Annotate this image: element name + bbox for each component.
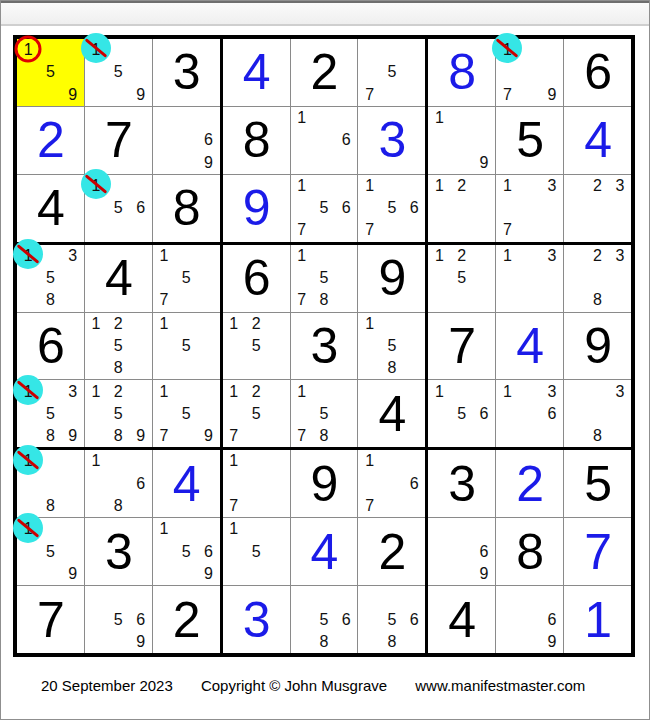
cell-r6c6[interactable]: 4 xyxy=(358,380,425,447)
pencil-slot-8 xyxy=(107,631,129,653)
pencil-slot-4 xyxy=(17,541,39,563)
cell-r2c7[interactable]: 19 xyxy=(428,107,495,174)
solved-digit: 4 xyxy=(173,459,200,509)
pencil-slot-5: 5 xyxy=(313,197,335,219)
pencil-slot-7 xyxy=(85,631,107,653)
pencil-slot-4 xyxy=(153,403,175,425)
pencil-slot-4 xyxy=(291,267,313,289)
pencil-digit: 2 xyxy=(593,247,602,265)
pencil-slot-4 xyxy=(428,129,450,151)
cell-r6c1[interactable]: 13589 xyxy=(17,380,84,447)
pencil-digit: 1 xyxy=(92,315,101,333)
solved-digit: 3 xyxy=(243,595,270,645)
pencil-digit: 3 xyxy=(548,177,557,195)
pencil-digit: 5 xyxy=(252,405,261,423)
pencil-digit: 7 xyxy=(365,86,374,104)
box-r1c3: 8179619541213723 xyxy=(428,39,631,242)
pencil-slot-8 xyxy=(245,495,267,517)
pencil-slot-8: 8 xyxy=(107,357,129,379)
pencil-slot-6 xyxy=(335,267,357,289)
pencil-marks: 238 xyxy=(564,245,631,312)
pencil-slot-4 xyxy=(153,541,175,563)
cell-r3c8[interactable]: 137 xyxy=(496,175,563,242)
pencil-digit: 8 xyxy=(320,427,329,445)
pencil-slot-2 xyxy=(245,450,267,472)
pencil-digit: 2 xyxy=(593,177,602,195)
pencil-slot-4 xyxy=(291,403,313,425)
pencil-slot-5 xyxy=(519,608,541,630)
pencil-slot-1: 1 xyxy=(153,380,175,402)
pencil-digit: 1 xyxy=(365,177,374,195)
pencil-slot-7 xyxy=(223,357,245,379)
pencil-slot-4 xyxy=(17,473,39,495)
cell-r6c2[interactable]: 12589 xyxy=(85,380,152,447)
pencil-slot-9 xyxy=(267,425,289,447)
cell-r2c9[interactable]: 4 xyxy=(564,107,631,174)
pencil-slot-4 xyxy=(358,335,380,357)
cell-r9c5[interactable]: 568 xyxy=(291,586,358,653)
given-digit: 3 xyxy=(105,527,132,577)
pencil-digit: 1 xyxy=(503,383,512,401)
cell-r4c6[interactable]: 9 xyxy=(358,245,425,312)
pencil-marks: 125 xyxy=(428,245,495,312)
pencil-slot-1: 1 xyxy=(358,450,380,472)
cell-r5c5[interactable]: 3 xyxy=(291,313,358,380)
pencil-slot-8: 8 xyxy=(39,289,61,311)
pencil-digit: 7 xyxy=(365,221,374,239)
cell-r5c4[interactable]: 125 xyxy=(223,313,290,380)
pencil-digit: 3 xyxy=(548,247,557,265)
cell-r6c9[interactable]: 38 xyxy=(564,380,631,447)
given-digit: 8 xyxy=(516,527,543,577)
pencil-slot-9 xyxy=(335,219,357,241)
cell-r9c4[interactable]: 3 xyxy=(223,586,290,653)
pencil-slot-8 xyxy=(519,84,541,106)
pencil-digit: 8 xyxy=(387,359,396,377)
pencil-digit: 5 xyxy=(252,543,261,561)
pencil-slot-4 xyxy=(85,61,107,83)
pencil-slot-7: 7 xyxy=(223,495,245,517)
pencil-digit: 5 xyxy=(114,337,123,355)
pencil-digit: 9 xyxy=(480,154,489,172)
pencil-slot-7 xyxy=(85,84,107,106)
pencil-slot-7 xyxy=(223,563,245,585)
pencil-digit: 5 xyxy=(46,405,55,423)
pencil-slot-9: 9 xyxy=(129,631,151,653)
pencil-slot-5: 5 xyxy=(381,335,403,357)
pencil-slot-9 xyxy=(541,289,563,311)
given-digit: 2 xyxy=(378,527,405,577)
cell-r1c3[interactable]: 3 xyxy=(153,39,220,106)
pencil-slot-5: 5 xyxy=(245,541,267,563)
cell-r9c8[interactable]: 69 xyxy=(496,586,563,653)
pencil-slot-8 xyxy=(451,151,473,173)
pencil-marks: 12589 xyxy=(85,380,152,447)
pencil-digit: 6 xyxy=(548,611,557,629)
pencil-digit: 1 xyxy=(435,177,444,195)
pencil-slot-2: 2 xyxy=(245,313,267,335)
pencil-slot-2 xyxy=(39,245,61,267)
cell-r3c9[interactable]: 23 xyxy=(564,175,631,242)
cell-r7c1[interactable]: 18 xyxy=(17,450,84,517)
pencil-slot-9 xyxy=(473,289,495,311)
cell-r3c3[interactable]: 8 xyxy=(153,175,220,242)
pencil-slot-2 xyxy=(175,245,197,267)
pencil-slot-1: 1 xyxy=(153,518,175,540)
box-r1c2: 42578163915671567 xyxy=(223,39,426,242)
pencil-slot-6 xyxy=(335,403,357,425)
cell-r6c7[interactable]: 156 xyxy=(428,380,495,447)
pencil-slot-3 xyxy=(335,175,357,197)
cell-r2c8[interactable]: 5 xyxy=(496,107,563,174)
pencil-marks: 38 xyxy=(564,380,631,447)
cell-r1c4[interactable]: 4 xyxy=(223,39,290,106)
pencil-slot-6 xyxy=(473,197,495,219)
pencil-slot-1: 1 xyxy=(496,175,518,197)
pencil-digit: 5 xyxy=(387,199,396,217)
pencil-slot-9: 9 xyxy=(197,151,219,173)
pencil-digit: 1 xyxy=(92,452,101,470)
cell-r2c5[interactable]: 16 xyxy=(291,107,358,174)
pencil-digit: 5 xyxy=(114,405,123,423)
cell-r9c3[interactable]: 2 xyxy=(153,586,220,653)
cell-r8c1[interactable]: 159 xyxy=(17,518,84,585)
pencil-slot-2 xyxy=(313,245,335,267)
footer-website: www.manifestmaster.com xyxy=(415,677,585,694)
pencil-digit: 5 xyxy=(182,269,191,287)
pencil-slot-9 xyxy=(335,631,357,653)
cell-r7c7[interactable]: 3 xyxy=(428,450,495,517)
pencil-slot-6 xyxy=(541,61,563,83)
pencil-slot-8: 8 xyxy=(381,357,403,379)
pencil-slot-6: 6 xyxy=(129,197,151,219)
pencil-slot-4 xyxy=(291,129,313,151)
pencil-digit: 7 xyxy=(503,86,512,104)
pencil-marks: 568 xyxy=(358,586,425,653)
pencil-digit: 6 xyxy=(548,405,557,423)
pencil-slot-6 xyxy=(609,267,631,289)
pencil-slot-9 xyxy=(403,631,425,653)
pencil-slot-8 xyxy=(107,219,129,241)
pencil-slot-3 xyxy=(335,245,357,267)
pencil-digit: 6 xyxy=(136,475,145,493)
cell-r5c3[interactable]: 15 xyxy=(153,313,220,380)
pencil-slot-1: 1 xyxy=(153,245,175,267)
pencil-slot-5 xyxy=(451,541,473,563)
cell-r7c2[interactable]: 168 xyxy=(85,450,152,517)
pencil-digit: 8 xyxy=(46,427,55,445)
pencil-slot-5: 5 xyxy=(107,403,129,425)
cell-r3c7[interactable]: 12 xyxy=(428,175,495,242)
cell-r5c8[interactable]: 4 xyxy=(496,313,563,380)
pencil-slot-3 xyxy=(62,450,84,472)
pencil-digit: 3 xyxy=(615,247,624,265)
pencil-slot-2 xyxy=(381,586,403,608)
pencil-slot-8 xyxy=(586,219,608,241)
pencil-slot-5 xyxy=(245,473,267,495)
pencil-digit: 1 xyxy=(297,177,306,195)
pencil-digit: 7 xyxy=(229,427,238,445)
pencil-slot-6: 6 xyxy=(403,197,425,219)
pencil-slot-1: 1 xyxy=(428,245,450,267)
pencil-digit: 8 xyxy=(387,633,396,651)
cell-r3c4[interactable]: 9 xyxy=(223,175,290,242)
pencil-slot-2 xyxy=(39,450,61,472)
pencil-slot-8 xyxy=(381,84,403,106)
pencil-digit: 5 xyxy=(387,337,396,355)
cell-r3c5[interactable]: 1567 xyxy=(291,175,358,242)
pencil-marks: 159 xyxy=(17,518,84,585)
cell-r6c8[interactable]: 136 xyxy=(496,380,563,447)
pencil-digit: 5 xyxy=(46,543,55,561)
given-digit: 7 xyxy=(37,595,64,645)
cell-r8c7[interactable]: 69 xyxy=(428,518,495,585)
pencil-slot-5 xyxy=(519,197,541,219)
window-titlebar xyxy=(1,1,649,26)
pencil-slot-5: 5 xyxy=(451,403,473,425)
pencil-slot-1: 1 xyxy=(85,380,107,402)
pencil-marks: 136 xyxy=(496,380,563,447)
cell-r3c2[interactable]: 156 xyxy=(85,175,152,242)
pencil-slot-9 xyxy=(335,289,357,311)
cell-r1c8[interactable]: 179 xyxy=(496,39,563,106)
pencil-slot-4 xyxy=(85,473,107,495)
pencil-digit: 3 xyxy=(68,383,77,401)
pencil-slot-8: 8 xyxy=(313,425,335,447)
cell-r8c8[interactable]: 8 xyxy=(496,518,563,585)
cell-r8c6[interactable]: 2 xyxy=(358,518,425,585)
cell-r1c5[interactable]: 2 xyxy=(291,39,358,106)
pencil-digit: 1 xyxy=(159,315,168,333)
pencil-slot-6 xyxy=(197,335,219,357)
pencil-digit: 5 xyxy=(320,269,329,287)
pencil-digit: 7 xyxy=(159,291,168,309)
cell-r1c1[interactable]: 159 xyxy=(17,39,84,106)
pencil-slot-3: 3 xyxy=(609,245,631,267)
cell-r2c6[interactable]: 3 xyxy=(358,107,425,174)
box-r3c3: 32569874691 xyxy=(428,450,631,653)
cell-r5c7[interactable]: 7 xyxy=(428,313,495,380)
pencil-slot-6: 6 xyxy=(335,197,357,219)
pencil-digit: 1 xyxy=(297,383,306,401)
pencil-digit: 5 xyxy=(457,269,466,287)
solved-digit: 3 xyxy=(378,115,405,165)
pencil-slot-3 xyxy=(129,39,151,61)
pencil-slot-7: 7 xyxy=(358,219,380,241)
pencil-slot-6 xyxy=(267,335,289,357)
pencil-slot-1: 1 xyxy=(428,107,450,129)
pencil-slot-9 xyxy=(129,495,151,517)
cell-r9c9[interactable]: 1 xyxy=(564,586,631,653)
pencil-slot-4 xyxy=(291,197,313,219)
cell-r5c6[interactable]: 158 xyxy=(358,313,425,380)
pencil-slot-8 xyxy=(39,563,61,585)
given-digit: 3 xyxy=(311,321,338,371)
cell-r6c3[interactable]: 1579 xyxy=(153,380,220,447)
pencil-slot-5: 5 xyxy=(313,267,335,289)
pencil-slot-7 xyxy=(17,563,39,585)
pencil-slot-4 xyxy=(223,473,245,495)
pencil-slot-8: 8 xyxy=(313,289,335,311)
pencil-slot-4 xyxy=(496,608,518,630)
cell-r7c4[interactable]: 17 xyxy=(223,450,290,517)
cell-r8c9[interactable]: 7 xyxy=(564,518,631,585)
box-r2c3: 1251323874915613638 xyxy=(428,245,631,448)
pencil-slot-5 xyxy=(586,403,608,425)
cell-r9c1[interactable]: 7 xyxy=(17,586,84,653)
pencil-slot-7 xyxy=(291,151,313,173)
pencil-digit: 8 xyxy=(114,497,123,515)
pencil-marks: 69 xyxy=(496,586,563,653)
pencil-slot-1 xyxy=(564,175,586,197)
pencil-slot-1 xyxy=(428,518,450,540)
pencil-digit: 9 xyxy=(68,427,77,445)
pencil-marks: 16 xyxy=(291,107,358,174)
cell-r7c3[interactable]: 4 xyxy=(153,450,220,517)
cell-r5c2[interactable]: 1258 xyxy=(85,313,152,380)
pencil-slot-1: 1 xyxy=(223,380,245,402)
pencil-slot-1 xyxy=(85,586,107,608)
cell-r4c7[interactable]: 125 xyxy=(428,245,495,312)
pencil-digit: 6 xyxy=(480,405,489,423)
cell-r6c4[interactable]: 1257 xyxy=(223,380,290,447)
pencil-slot-1: 1 xyxy=(223,518,245,540)
pencil-slot-4 xyxy=(428,197,450,219)
pencil-slot-5: 5 xyxy=(245,335,267,357)
solved-digit: 4 xyxy=(243,47,270,97)
cell-r4c8[interactable]: 13 xyxy=(496,245,563,312)
pencil-digit: 5 xyxy=(114,611,123,629)
cell-r6c5[interactable]: 1578 xyxy=(291,380,358,447)
pencil-slot-7: 7 xyxy=(291,289,313,311)
cell-r8c3[interactable]: 1569 xyxy=(153,518,220,585)
pencil-digit: 7 xyxy=(297,221,306,239)
cell-r9c7[interactable]: 4 xyxy=(428,586,495,653)
cell-r8c5[interactable]: 4 xyxy=(291,518,358,585)
pencil-slot-9: 9 xyxy=(129,84,151,106)
given-digit: 7 xyxy=(448,321,475,371)
cell-r2c1[interactable]: 2 xyxy=(17,107,84,174)
cell-r7c6[interactable]: 167 xyxy=(358,450,425,517)
pencil-slot-4 xyxy=(85,608,107,630)
pencil-digit: 8 xyxy=(320,633,329,651)
pencil-slot-2 xyxy=(107,175,129,197)
pencil-marks: 13 xyxy=(496,245,563,312)
pencil-slot-2 xyxy=(586,380,608,402)
cell-r5c9[interactable]: 9 xyxy=(564,313,631,380)
pencil-slot-9: 9 xyxy=(197,425,219,447)
pencil-slot-7: 7 xyxy=(496,219,518,241)
cell-r1c2[interactable]: 159 xyxy=(85,39,152,106)
pencil-slot-7 xyxy=(428,563,450,585)
cell-r5c1[interactable]: 6 xyxy=(17,313,84,380)
pencil-slot-2 xyxy=(39,518,61,540)
pencil-slot-9: 9 xyxy=(541,84,563,106)
cell-r4c3[interactable]: 157 xyxy=(153,245,220,312)
pencil-slot-2 xyxy=(451,380,473,402)
given-digit: 6 xyxy=(584,47,611,97)
pencil-slot-3 xyxy=(267,450,289,472)
pencil-slot-2: 2 xyxy=(107,313,129,335)
pencil-slot-3 xyxy=(197,245,219,267)
given-digit: 5 xyxy=(516,115,543,165)
cell-r1c9[interactable]: 6 xyxy=(564,39,631,106)
pencil-slot-2 xyxy=(451,107,473,129)
pencil-slot-7 xyxy=(17,289,39,311)
cell-r8c2[interactable]: 3 xyxy=(85,518,152,585)
cell-r8c4[interactable]: 15 xyxy=(223,518,290,585)
cell-r7c8[interactable]: 2 xyxy=(496,450,563,517)
cell-r4c9[interactable]: 238 xyxy=(564,245,631,312)
pencil-slot-2 xyxy=(245,518,267,540)
pencil-slot-6 xyxy=(129,403,151,425)
pencil-digit: 5 xyxy=(387,611,396,629)
pencil-digit: 1 xyxy=(297,109,306,127)
cell-r4c2[interactable]: 4 xyxy=(85,245,152,312)
cell-r4c1[interactable]: 1358 xyxy=(17,245,84,312)
cell-r7c9[interactable]: 5 xyxy=(564,450,631,517)
pencil-slot-4 xyxy=(153,267,175,289)
pencil-slot-9 xyxy=(403,219,425,241)
pencil-marks: 125 xyxy=(223,313,290,380)
cell-r2c4[interactable]: 8 xyxy=(223,107,290,174)
cell-r2c2[interactable]: 7 xyxy=(85,107,152,174)
pencil-digit: 5 xyxy=(320,199,329,217)
pencil-slot-2 xyxy=(175,107,197,129)
pencil-slot-6: 6 xyxy=(541,608,563,630)
pencil-slot-6 xyxy=(62,267,84,289)
pencil-slot-8: 8 xyxy=(381,631,403,653)
cell-r4c4[interactable]: 6 xyxy=(223,245,290,312)
pencil-slot-2: 2 xyxy=(107,380,129,402)
cell-r1c7[interactable]: 8 xyxy=(428,39,495,106)
pencil-slot-6 xyxy=(609,403,631,425)
pencil-slot-2 xyxy=(519,380,541,402)
cell-r1c6[interactable]: 57 xyxy=(358,39,425,106)
pencil-slot-8: 8 xyxy=(586,289,608,311)
cell-r3c6[interactable]: 1567 xyxy=(358,175,425,242)
pencil-slot-5: 5 xyxy=(39,267,61,289)
pencil-slot-5 xyxy=(451,197,473,219)
cell-r2c3[interactable]: 69 xyxy=(153,107,220,174)
pencil-digit: 1 xyxy=(365,315,374,333)
pencil-slot-6 xyxy=(541,267,563,289)
pencil-slot-3 xyxy=(403,450,425,472)
cell-r3c1[interactable]: 4 xyxy=(17,175,84,242)
pencil-digit: 8 xyxy=(114,359,123,377)
solved-digit: 4 xyxy=(516,321,543,371)
cell-r4c5[interactable]: 1578 xyxy=(291,245,358,312)
pencil-slot-2 xyxy=(519,175,541,197)
cell-r9c2[interactable]: 569 xyxy=(85,586,152,653)
cell-r7c5[interactable]: 9 xyxy=(291,450,358,517)
given-digit: 2 xyxy=(173,595,200,645)
pencil-slot-8 xyxy=(107,84,129,106)
pencil-slot-1: 1 xyxy=(496,245,518,267)
pencil-slot-2 xyxy=(107,450,129,472)
pencil-digit: 5 xyxy=(320,611,329,629)
pencil-slot-7 xyxy=(564,425,586,447)
solved-digit: 1 xyxy=(584,595,611,645)
pencil-slot-3 xyxy=(473,107,495,129)
pencil-slot-8: 8 xyxy=(313,631,335,653)
pencil-slot-8 xyxy=(519,631,541,653)
pencil-digit: 2 xyxy=(457,247,466,265)
pencil-slot-3 xyxy=(62,518,84,540)
pencil-digit: 2 xyxy=(457,177,466,195)
cell-r9c6[interactable]: 568 xyxy=(358,586,425,653)
pencil-slot-9: 9 xyxy=(541,631,563,653)
